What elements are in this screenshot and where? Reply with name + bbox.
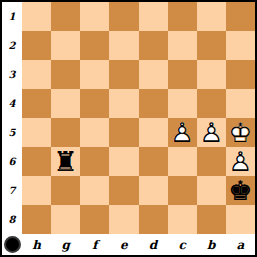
black-rook-outline-icon: ♜ <box>51 147 80 176</box>
square-b1[interactable] <box>197 2 226 31</box>
square-b8[interactable] <box>197 205 226 234</box>
square-g2[interactable] <box>51 31 80 60</box>
square-h3[interactable] <box>22 60 51 89</box>
square-c3[interactable] <box>168 60 197 89</box>
square-c6[interactable] <box>168 147 197 176</box>
square-b2[interactable] <box>197 31 226 60</box>
square-h4[interactable] <box>22 89 51 118</box>
rank-label-4: 4 <box>9 99 16 109</box>
square-c2[interactable] <box>168 31 197 60</box>
file-coordinates: h g f e d c b a <box>2 234 255 255</box>
square-h2[interactable] <box>22 31 51 60</box>
square-h7[interactable] <box>22 176 51 205</box>
square-f2[interactable] <box>80 31 109 60</box>
rank-label-8: 8 <box>9 215 16 225</box>
file-label-a: a <box>226 239 255 251</box>
square-a1[interactable] <box>226 2 255 31</box>
square-f5[interactable] <box>80 118 109 147</box>
square-c7[interactable] <box>168 176 197 205</box>
square-e6[interactable] <box>109 147 138 176</box>
white-pawn-outline-icon: ♙ <box>168 118 197 147</box>
square-d7[interactable] <box>139 176 168 205</box>
square-d1[interactable] <box>139 2 168 31</box>
black-to-move-indicator <box>4 236 21 253</box>
square-a7[interactable]: ♚♚ <box>226 176 255 205</box>
square-a8[interactable] <box>226 205 255 234</box>
file-label-e: e <box>109 239 138 251</box>
file-label-g: g <box>51 239 80 251</box>
square-e8[interactable] <box>109 205 138 234</box>
file-label-b: b <box>197 239 226 251</box>
square-c5[interactable]: ♟♙ <box>168 118 197 147</box>
white-king-outline-icon: ♔ <box>226 118 255 147</box>
square-b4[interactable] <box>197 89 226 118</box>
black-king-outline-icon: ♚ <box>226 176 255 205</box>
square-f8[interactable] <box>80 205 109 234</box>
rank-label-5: 5 <box>9 128 16 138</box>
square-b3[interactable] <box>197 60 226 89</box>
square-d8[interactable] <box>139 205 168 234</box>
square-b5[interactable]: ♟♙ <box>197 118 226 147</box>
square-e7[interactable] <box>109 176 138 205</box>
square-a3[interactable] <box>226 60 255 89</box>
rank-label-3: 3 <box>9 70 16 80</box>
file-label-d: d <box>139 239 168 251</box>
black-king-a7[interactable]: ♚♚ <box>226 176 255 205</box>
black-rook-g6[interactable]: ♜♜ <box>51 147 80 176</box>
square-e2[interactable] <box>109 31 138 60</box>
square-e5[interactable] <box>109 118 138 147</box>
square-g7[interactable] <box>51 176 80 205</box>
square-a6[interactable]: ♟♙ <box>226 147 255 176</box>
square-f7[interactable] <box>80 176 109 205</box>
file-label-c: c <box>168 239 197 251</box>
white-pawn-a6[interactable]: ♟♙ <box>226 147 255 176</box>
file-label-f: f <box>80 239 109 251</box>
square-c1[interactable] <box>168 2 197 31</box>
square-g8[interactable] <box>51 205 80 234</box>
square-h5[interactable] <box>22 118 51 147</box>
white-pawn-outline-icon: ♙ <box>226 147 255 176</box>
square-h1[interactable] <box>22 2 51 31</box>
rank-label-6: 6 <box>9 157 16 167</box>
square-b6[interactable] <box>197 147 226 176</box>
square-f1[interactable] <box>80 2 109 31</box>
square-e3[interactable] <box>109 60 138 89</box>
square-g3[interactable] <box>51 60 80 89</box>
square-d4[interactable] <box>139 89 168 118</box>
square-a2[interactable] <box>226 31 255 60</box>
square-c4[interactable] <box>168 89 197 118</box>
white-pawn-b5[interactable]: ♟♙ <box>197 118 226 147</box>
square-d3[interactable] <box>139 60 168 89</box>
white-pawn-outline-icon: ♙ <box>197 118 226 147</box>
square-e1[interactable] <box>109 2 138 31</box>
square-d6[interactable] <box>139 147 168 176</box>
square-c8[interactable] <box>168 205 197 234</box>
square-d5[interactable] <box>139 118 168 147</box>
square-g4[interactable] <box>51 89 80 118</box>
white-pawn-c5[interactable]: ♟♙ <box>168 118 197 147</box>
rank-label-2: 2 <box>9 41 16 51</box>
square-h6[interactable] <box>22 147 51 176</box>
square-e4[interactable] <box>109 89 138 118</box>
square-g1[interactable] <box>51 2 80 31</box>
square-f6[interactable] <box>80 147 109 176</box>
square-f3[interactable] <box>80 60 109 89</box>
square-a5[interactable]: ♚♔ <box>226 118 255 147</box>
square-h8[interactable] <box>22 205 51 234</box>
file-label-h: h <box>22 239 51 251</box>
square-d2[interactable] <box>139 31 168 60</box>
rank-label-7: 7 <box>9 186 16 196</box>
chess-board: ♟♙♟♙♚♔♜♜♟♙♚♚ <box>22 2 255 234</box>
white-king-a5[interactable]: ♚♔ <box>226 118 255 147</box>
square-g5[interactable] <box>51 118 80 147</box>
chess-diagram: 1 2 3 4 5 6 7 8 ♟♙♟♙♚♔♜♜♟♙♚♚ h g f e d c… <box>0 0 257 257</box>
square-f4[interactable] <box>80 89 109 118</box>
rank-label-1: 1 <box>9 12 16 22</box>
square-a4[interactable] <box>226 89 255 118</box>
square-b7[interactable] <box>197 176 226 205</box>
rank-coordinates: 1 2 3 4 5 6 7 8 <box>2 2 22 234</box>
square-g6[interactable]: ♜♜ <box>51 147 80 176</box>
move-indicator-area <box>2 234 22 255</box>
